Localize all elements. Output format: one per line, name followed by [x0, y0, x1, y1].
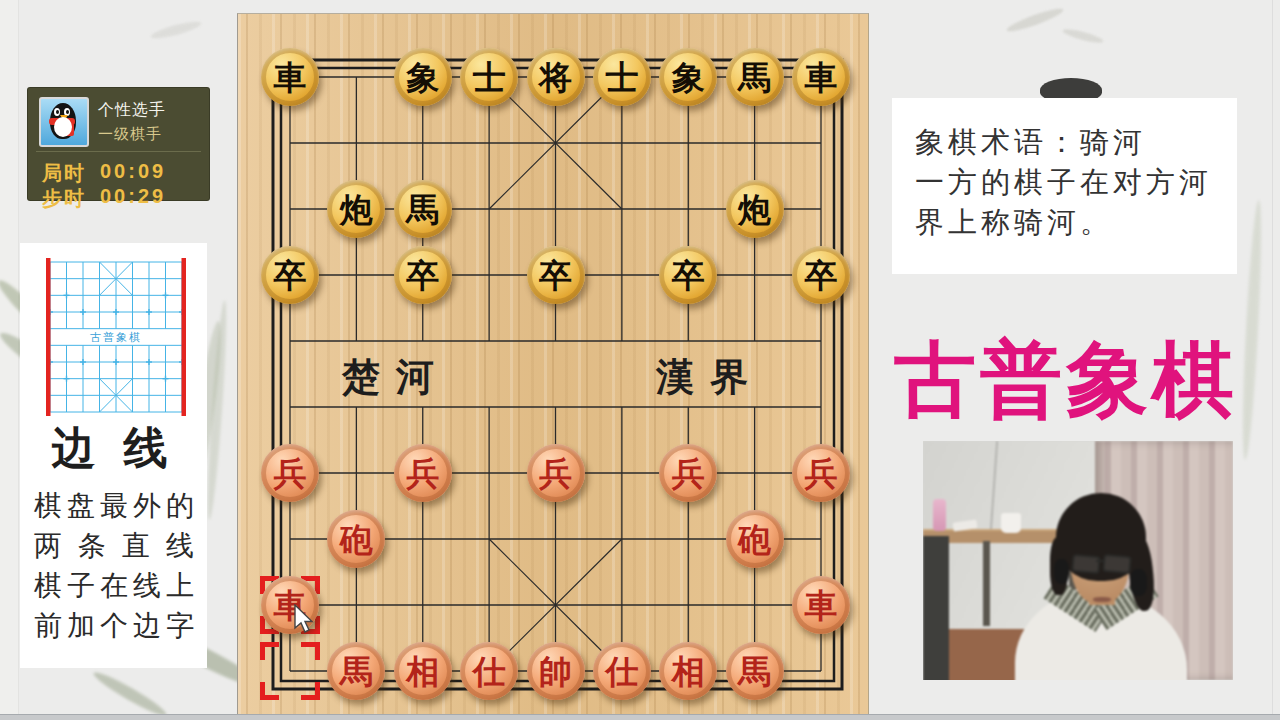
piece-兵-red[interactable]: 兵	[394, 444, 452, 502]
xiangqi-board[interactable]: 楚河 漢界 車象士将士象馬車炮馬炮卒卒卒卒卒兵兵兵兵兵砲砲車車馬相仕帥仕相馬	[237, 13, 869, 720]
lesson-heading: 边 线	[20, 419, 207, 478]
piece-士-black[interactable]: 士	[593, 48, 651, 106]
qq-penguin-avatar	[39, 97, 89, 147]
right-edge-line	[1272, 0, 1273, 720]
piece-砲-red[interactable]: 砲	[726, 510, 784, 568]
panel-divider	[36, 151, 201, 152]
player-level: 一级棋手	[98, 125, 162, 144]
piece-車-red[interactable]: 車	[792, 576, 850, 634]
piece-象-black[interactable]: 象	[394, 48, 452, 106]
piece-馬-red[interactable]: 馬	[327, 642, 385, 700]
webcam-feed	[923, 441, 1233, 680]
player-info-panel: 个性选手 一级棋手 局时 00:09 步时 00:29	[28, 88, 209, 200]
piece-将-black[interactable]: 将	[527, 48, 585, 106]
piece-車-black[interactable]: 車	[261, 48, 319, 106]
streamer-hair	[1056, 493, 1146, 581]
ink-mark	[1062, 27, 1105, 46]
ink-fern	[1239, 200, 1265, 460]
mouse-cursor	[293, 604, 315, 634]
piece-馬-red[interactable]: 馬	[726, 642, 784, 700]
piece-仕-red[interactable]: 仕	[460, 642, 518, 700]
lesson-line: 棋盘最外的	[34, 486, 194, 526]
move-time-value: 00:29	[100, 185, 166, 212]
piece-帥-red[interactable]: 帥	[527, 642, 585, 700]
mini-left-edge-highlight	[46, 258, 51, 416]
cup	[1001, 513, 1021, 533]
headset-earpiece	[1054, 559, 1069, 584]
game-time-label: 局时	[42, 160, 86, 187]
bottom-window-edge	[0, 714, 1280, 720]
headset-earpiece	[1130, 569, 1147, 596]
piece-卒-black[interactable]: 卒	[394, 246, 452, 304]
term-line: 象棋术语：骑河	[915, 122, 1212, 162]
piece-卒-black[interactable]: 卒	[659, 246, 717, 304]
lesson-line: 两条直线	[34, 526, 194, 566]
river-label-left: 楚河	[342, 352, 450, 403]
edge-line-lesson-card: 古普象棋 边 线 棋盘最外的 两条直线 棋子在线上 前加个边字	[20, 243, 207, 668]
channel-title: 古普象棋	[890, 326, 1242, 436]
game-time-value: 00:09	[100, 160, 166, 187]
glasses	[1102, 554, 1131, 574]
penguin-belly	[54, 117, 72, 137]
term-line: 一方的棋子在对方河	[915, 162, 1212, 202]
piece-砲-red[interactable]: 砲	[327, 510, 385, 568]
left-edge-strip	[0, 0, 19, 720]
mini-xiangqi-diagram: 古普象棋	[46, 258, 186, 416]
mini-river-text: 古普象棋	[90, 331, 142, 343]
lesson-line: 棋子在线上	[34, 566, 194, 606]
piece-兵-red[interactable]: 兵	[659, 444, 717, 502]
move-highlight-brackets	[260, 642, 320, 700]
piece-兵-red[interactable]: 兵	[792, 444, 850, 502]
game-clock-row: 局时 00:09	[42, 160, 166, 187]
ink-mark	[1005, 5, 1065, 35]
piece-仕-red[interactable]: 仕	[593, 642, 651, 700]
piece-炮-black[interactable]: 炮	[726, 180, 784, 238]
ink-mark	[150, 18, 203, 41]
piece-馬-black[interactable]: 馬	[394, 180, 452, 238]
piece-卒-black[interactable]: 卒	[792, 246, 850, 304]
piece-炮-black[interactable]: 炮	[327, 180, 385, 238]
piece-卒-black[interactable]: 卒	[261, 246, 319, 304]
mini-right-edge-highlight	[182, 258, 187, 416]
piece-兵-red[interactable]: 兵	[261, 444, 319, 502]
piece-馬-black[interactable]: 馬	[726, 48, 784, 106]
ink-leaf	[91, 668, 170, 720]
webcam-shelf	[923, 536, 949, 680]
move-time-label: 步时	[42, 185, 86, 212]
player-name: 个性选手	[98, 100, 166, 121]
piece-象-black[interactable]: 象	[659, 48, 717, 106]
piece-相-red[interactable]: 相	[394, 642, 452, 700]
piece-相-red[interactable]: 相	[659, 642, 717, 700]
board-grid	[238, 14, 868, 720]
term-line: 界上称骑河。	[915, 202, 1212, 242]
lesson-line: 前加个边字	[34, 606, 194, 646]
glasses	[1071, 554, 1100, 574]
thermos-bottle	[933, 499, 946, 531]
lesson-paragraph: 棋盘最外的 两条直线 棋子在线上 前加个边字	[34, 486, 194, 646]
stream-frame: 个性选手 一级棋手 局时 00:09 步时 00:29 楚河 漢界 車象士将士象…	[0, 0, 1280, 720]
piece-車-black[interactable]: 車	[792, 48, 850, 106]
piece-卒-black[interactable]: 卒	[527, 246, 585, 304]
piece-兵-red[interactable]: 兵	[527, 444, 585, 502]
term-text: 象棋术语：骑河 一方的棋子在对方河 界上称骑河。	[915, 122, 1212, 242]
term-definition-card: 象棋术语：骑河 一方的棋子在对方河 界上称骑河。	[892, 98, 1237, 274]
river-label-right: 漢界	[656, 352, 764, 403]
piece-士-black[interactable]: 士	[460, 48, 518, 106]
move-clock-row: 步时 00:29	[42, 185, 166, 212]
